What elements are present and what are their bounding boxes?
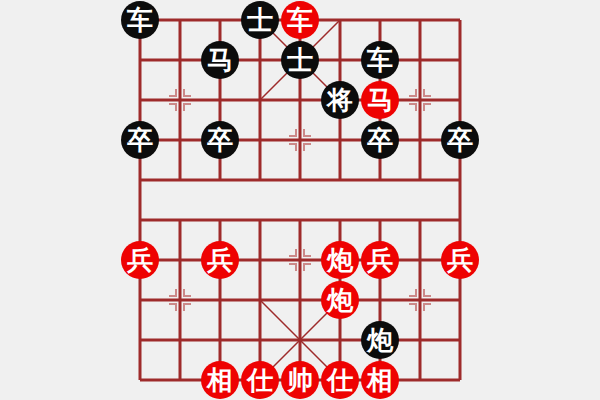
board-point[interactable]: 将 <box>320 80 360 120</box>
board-point[interactable]: 仕 <box>240 360 280 400</box>
board-point[interactable] <box>120 80 160 120</box>
board-point[interactable] <box>160 280 200 320</box>
piece-black-advisor[interactable]: 士 <box>241 1 279 39</box>
board-point[interactable]: 兵 <box>440 240 480 280</box>
board-point[interactable]: 马 <box>200 40 240 80</box>
board-point[interactable] <box>440 320 480 360</box>
board-point[interactable] <box>440 360 480 400</box>
board-point[interactable] <box>440 80 480 120</box>
board-point[interactable] <box>320 0 360 40</box>
board-point[interactable] <box>360 0 400 40</box>
board-point[interactable]: 炮 <box>320 280 360 320</box>
board-point[interactable] <box>160 80 200 120</box>
board-point[interactable]: 炮 <box>360 320 400 360</box>
board-point[interactable] <box>320 40 360 80</box>
board-point[interactable]: 相 <box>200 360 240 400</box>
board-point[interactable] <box>200 200 240 240</box>
board-point[interactable]: 仕 <box>320 360 360 400</box>
board-point[interactable] <box>400 360 440 400</box>
board-point[interactable]: 兵 <box>200 240 240 280</box>
piece-black-soldier[interactable]: 卒 <box>361 121 399 159</box>
board-point[interactable] <box>320 160 360 200</box>
board-point[interactable] <box>320 320 360 360</box>
board-point[interactable]: 炮 <box>320 240 360 280</box>
board-point[interactable] <box>400 240 440 280</box>
board-point[interactable] <box>400 200 440 240</box>
board-point[interactable]: 马 <box>360 80 400 120</box>
board-point[interactable] <box>440 0 480 40</box>
piece-red-advisor[interactable]: 仕 <box>241 361 279 399</box>
board-point[interactable] <box>240 200 280 240</box>
board: 车士车马士车将马卒卒卒卒兵兵炮兵兵炮炮相仕帅仕相 <box>120 0 480 400</box>
piece-black-advisor[interactable]: 士 <box>281 41 319 79</box>
piece-red-soldier[interactable]: 兵 <box>361 241 399 279</box>
board-point[interactable] <box>240 80 280 120</box>
board-point[interactable] <box>240 40 280 80</box>
board-point[interactable] <box>240 280 280 320</box>
board-point[interactable] <box>120 320 160 360</box>
board-point[interactable] <box>200 160 240 200</box>
board-point[interactable] <box>360 280 400 320</box>
board-point[interactable] <box>120 200 160 240</box>
piece-black-general[interactable]: 将 <box>321 81 359 119</box>
board-point[interactable]: 兵 <box>120 240 160 280</box>
board-point[interactable] <box>400 160 440 200</box>
board-point[interactable] <box>240 240 280 280</box>
piece-red-horse[interactable]: 马 <box>361 81 399 119</box>
piece-red-cannon[interactable]: 炮 <box>321 241 359 279</box>
board-point[interactable] <box>280 160 320 200</box>
board-point[interactable] <box>120 160 160 200</box>
board-point[interactable] <box>200 80 240 120</box>
board-point[interactable] <box>120 280 160 320</box>
piece-black-chariot[interactable]: 车 <box>121 1 159 39</box>
board-point[interactable] <box>240 320 280 360</box>
board-point[interactable]: 相 <box>360 360 400 400</box>
board-point[interactable] <box>440 280 480 320</box>
board-point[interactable] <box>240 160 280 200</box>
board-point[interactable] <box>360 200 400 240</box>
piece-black-soldier[interactable]: 卒 <box>441 121 479 159</box>
board-point[interactable] <box>440 200 480 240</box>
board-point[interactable] <box>120 40 160 80</box>
piece-red-soldier[interactable]: 兵 <box>441 241 479 279</box>
board-point[interactable]: 卒 <box>120 120 160 160</box>
board-point[interactable] <box>400 40 440 80</box>
board-point[interactable] <box>440 160 480 200</box>
board-point[interactable] <box>400 280 440 320</box>
board-point[interactable] <box>320 120 360 160</box>
board-point[interactable] <box>280 200 320 240</box>
board-point[interactable] <box>200 280 240 320</box>
piece-red-chariot[interactable]: 车 <box>281 1 319 39</box>
board-point[interactable] <box>280 240 320 280</box>
board-point[interactable] <box>280 80 320 120</box>
board-point[interactable]: 车 <box>120 0 160 40</box>
piece-red-soldier[interactable]: 兵 <box>201 241 239 279</box>
board-point[interactable]: 车 <box>280 0 320 40</box>
board-point[interactable] <box>160 40 200 80</box>
board-point[interactable] <box>440 40 480 80</box>
piece-red-elephant[interactable]: 相 <box>201 361 239 399</box>
piece-red-soldier[interactable]: 兵 <box>121 241 159 279</box>
board-point[interactable] <box>280 280 320 320</box>
board-point[interactable]: 士 <box>280 40 320 80</box>
board-point[interactable] <box>160 160 200 200</box>
board-point[interactable] <box>400 0 440 40</box>
board-point[interactable] <box>160 200 200 240</box>
board-point[interactable]: 车 <box>360 40 400 80</box>
board-point[interactable] <box>320 200 360 240</box>
board-point[interactable]: 士 <box>240 0 280 40</box>
board-point[interactable]: 卒 <box>360 120 400 160</box>
piece-black-cannon[interactable]: 炮 <box>361 321 399 359</box>
board-point[interactable] <box>360 160 400 200</box>
board-point[interactable] <box>240 120 280 160</box>
xiangqi-board: 车士车马士车将马卒卒卒卒兵兵炮兵兵炮炮相仕帅仕相 <box>0 0 600 400</box>
board-point[interactable] <box>160 360 200 400</box>
board-point[interactable]: 卒 <box>200 120 240 160</box>
board-point[interactable] <box>160 240 200 280</box>
piece-black-soldier[interactable]: 卒 <box>121 121 159 159</box>
board-point[interactable] <box>400 320 440 360</box>
board-point[interactable] <box>200 0 240 40</box>
board-point[interactable] <box>120 360 160 400</box>
board-point[interactable] <box>160 0 200 40</box>
piece-black-horse[interactable]: 马 <box>201 41 239 79</box>
board-point[interactable]: 卒 <box>440 120 480 160</box>
board-point[interactable] <box>160 120 200 160</box>
piece-red-general[interactable]: 帅 <box>281 361 319 399</box>
piece-red-cannon[interactable]: 炮 <box>321 281 359 319</box>
piece-black-soldier[interactable]: 卒 <box>201 121 239 159</box>
board-point[interactable] <box>280 320 320 360</box>
board-point[interactable]: 帅 <box>280 360 320 400</box>
piece-black-chariot[interactable]: 车 <box>361 41 399 79</box>
piece-red-advisor[interactable]: 仕 <box>321 361 359 399</box>
board-point[interactable] <box>280 120 320 160</box>
piece-red-elephant[interactable]: 相 <box>361 361 399 399</box>
board-point[interactable]: 兵 <box>360 240 400 280</box>
board-point[interactable] <box>400 120 440 160</box>
board-point[interactable] <box>160 320 200 360</box>
board-point[interactable] <box>400 80 440 120</box>
board-point[interactable] <box>200 320 240 360</box>
